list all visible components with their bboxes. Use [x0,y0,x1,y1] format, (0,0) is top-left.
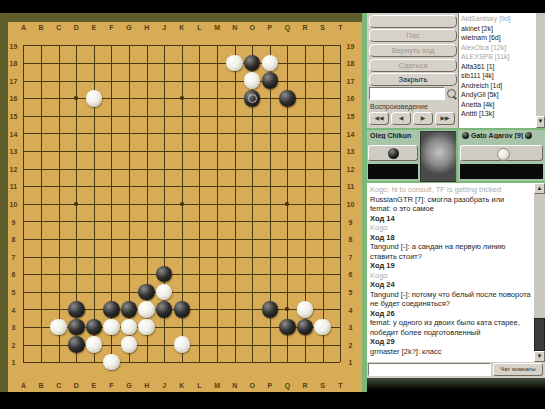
board-intersection[interactable] [226,301,244,319]
board-intersection[interactable] [138,283,156,301]
board-intersection[interactable] [32,72,50,90]
button-2[interactable]: Вернуть ход [369,44,457,57]
board-intersection[interactable] [314,160,332,178]
board-intersection[interactable] [155,265,173,283]
board-intersection[interactable] [15,353,33,371]
board-intersection[interactable] [296,248,314,266]
board-intersection[interactable] [296,107,314,125]
user-list-item[interactable]: Alfa361 [1] [461,62,536,72]
room-chat-button[interactable]: Чат комнаты [493,363,543,376]
board-intersection[interactable] [85,160,103,178]
board-intersection[interactable] [296,353,314,371]
board-intersection[interactable] [243,336,261,354]
board-intersection[interactable] [120,177,138,195]
board-intersection[interactable] [279,37,297,55]
board-intersection[interactable] [15,177,33,195]
board-intersection[interactable] [138,107,156,125]
board-intersection[interactable] [103,160,121,178]
board-intersection[interactable] [296,283,314,301]
board-intersection[interactable] [32,301,50,319]
board-intersection[interactable] [155,213,173,231]
board-intersection[interactable] [226,248,244,266]
user-list-item[interactable]: wietnam [6d] [461,33,536,43]
board-intersection[interactable] [261,336,279,354]
board-intersection[interactable] [208,230,226,248]
board-intersection[interactable] [279,318,297,336]
board-intersection[interactable] [173,230,191,248]
board-intersection[interactable] [120,265,138,283]
board-intersection[interactable] [67,195,85,213]
board-intersection[interactable] [279,142,297,160]
board-intersection[interactable] [208,283,226,301]
board-intersection[interactable] [138,248,156,266]
board-intersection[interactable] [173,265,191,283]
board-intersection[interactable] [314,265,332,283]
board-intersection[interactable] [331,301,349,319]
board-intersection[interactable] [50,213,68,231]
user-list-item[interactable]: Anttti [13k] [461,109,536,119]
board-intersection[interactable] [120,230,138,248]
board-intersection[interactable] [120,318,138,336]
board-intersection[interactable] [314,248,332,266]
button-1[interactable]: Пас [369,29,457,42]
board-intersection[interactable] [138,336,156,354]
board-intersection[interactable] [226,125,244,143]
board-intersection[interactable] [331,248,349,266]
board-intersection[interactable] [15,318,33,336]
board-intersection[interactable] [243,195,261,213]
board-intersection[interactable] [85,318,103,336]
board-intersection[interactable] [50,125,68,143]
board-intersection[interactable] [32,265,50,283]
board-intersection[interactable] [67,107,85,125]
board-intersection[interactable] [261,37,279,55]
board-intersection[interactable] [243,54,261,72]
board-intersection[interactable] [243,213,261,231]
board-intersection[interactable] [173,72,191,90]
board-intersection[interactable] [173,160,191,178]
user-list-item[interactable]: AlexOlca [12k] [461,43,536,53]
board-intersection[interactable] [296,336,314,354]
board-intersection[interactable] [226,160,244,178]
chat-scroll-up-icon[interactable]: ▲ [534,183,545,194]
user-list-scrollbar[interactable] [536,13,545,128]
board-intersection[interactable] [191,283,209,301]
board-intersection[interactable] [138,54,156,72]
board-intersection[interactable] [279,195,297,213]
board-intersection[interactable] [103,107,121,125]
board-intersection[interactable] [67,125,85,143]
board-intersection[interactable] [138,89,156,107]
chat-scroll-down-icon[interactable]: ▼ [534,351,545,362]
board-intersection[interactable] [32,248,50,266]
board-intersection[interactable] [173,142,191,160]
board-intersection[interactable] [85,301,103,319]
board-intersection[interactable] [85,248,103,266]
board-intersection[interactable] [138,125,156,143]
board-intersection[interactable] [314,353,332,371]
user-list-item[interactable]: Andreich [1d] [461,81,536,91]
board-intersection[interactable] [314,230,332,248]
board-intersection[interactable] [226,213,244,231]
board-intersection[interactable] [279,336,297,354]
board-intersection[interactable] [191,318,209,336]
board-intersection[interactable] [120,336,138,354]
board-intersection[interactable] [331,318,349,336]
board-intersection[interactable] [314,195,332,213]
board-intersection[interactable] [103,54,121,72]
board-intersection[interactable] [191,301,209,319]
board-intersection[interactable] [191,248,209,266]
board-intersection[interactable] [226,283,244,301]
board-intersection[interactable] [120,125,138,143]
board-intersection[interactable] [67,142,85,160]
board-intersection[interactable] [208,336,226,354]
board-intersection[interactable] [208,125,226,143]
board-intersection[interactable] [208,265,226,283]
board-intersection[interactable] [138,301,156,319]
board-intersection[interactable] [226,318,244,336]
board-intersection[interactable] [173,283,191,301]
board-intersection[interactable] [103,265,121,283]
board-intersection[interactable] [226,353,244,371]
board-intersection[interactable] [32,230,50,248]
board-intersection[interactable] [85,283,103,301]
board-intersection[interactable] [67,89,85,107]
board-intersection[interactable] [208,72,226,90]
board-intersection[interactable] [226,177,244,195]
board-intersection[interactable] [50,54,68,72]
board-intersection[interactable] [32,213,50,231]
board-intersection[interactable] [155,248,173,266]
board-intersection[interactable] [50,89,68,107]
board-intersection[interactable] [120,213,138,231]
board-intersection[interactable] [261,230,279,248]
board-intersection[interactable] [50,283,68,301]
board-intersection[interactable] [208,301,226,319]
board-intersection[interactable] [208,160,226,178]
board-intersection[interactable] [279,177,297,195]
board-intersection[interactable] [314,72,332,90]
board-intersection[interactable] [208,318,226,336]
board-intersection[interactable] [191,336,209,354]
board-intersection[interactable] [15,230,33,248]
board-intersection[interactable] [67,54,85,72]
board-intersection[interactable] [296,125,314,143]
board-intersection[interactable] [314,177,332,195]
board-intersection[interactable] [314,142,332,160]
playback-forward-button[interactable]: ▶ [413,112,433,125]
board-intersection[interactable] [314,283,332,301]
board-intersection[interactable] [85,336,103,354]
user-list-item[interactable]: akinet [2k] [461,24,536,34]
board-intersection[interactable] [279,72,297,90]
board-intersection[interactable] [103,72,121,90]
board-intersection[interactable] [208,248,226,266]
board-intersection[interactable] [279,213,297,231]
board-intersection[interactable] [67,230,85,248]
board-intersection[interactable] [226,336,244,354]
board-intersection[interactable] [67,160,85,178]
board-intersection[interactable] [103,37,121,55]
board-intersection[interactable] [32,283,50,301]
board-intersection[interactable] [279,265,297,283]
board-intersection[interactable] [261,125,279,143]
board-intersection[interactable] [50,195,68,213]
board-intersection[interactable] [85,177,103,195]
board-intersection[interactable] [50,353,68,371]
board-intersection[interactable] [32,125,50,143]
board-intersection[interactable] [120,54,138,72]
board-intersection[interactable] [67,213,85,231]
board-intersection[interactable] [191,125,209,143]
board-intersection[interactable] [67,37,85,55]
button-4[interactable]: Закрыть [369,73,457,86]
search-input[interactable] [369,87,445,100]
board-intersection[interactable] [15,336,33,354]
board-intersection[interactable] [226,230,244,248]
board-intersection[interactable] [138,265,156,283]
board-intersection[interactable] [243,301,261,319]
board-intersection[interactable] [191,160,209,178]
board-intersection[interactable] [243,107,261,125]
board-intersection[interactable] [138,177,156,195]
board-intersection[interactable] [279,160,297,178]
board-intersection[interactable] [331,265,349,283]
user-list-item[interactable]: AndyGil [5k] [461,90,536,100]
board-intersection[interactable] [208,89,226,107]
board-intersection[interactable] [173,213,191,231]
board-intersection[interactable] [120,107,138,125]
board-intersection[interactable] [296,195,314,213]
board-intersection[interactable] [296,177,314,195]
board-intersection[interactable] [191,353,209,371]
board-intersection[interactable] [261,142,279,160]
board-intersection[interactable] [85,353,103,371]
board-intersection[interactable] [15,248,33,266]
board-intersection[interactable] [32,353,50,371]
board-intersection[interactable] [279,230,297,248]
board-intersection[interactable] [103,177,121,195]
board-intersection[interactable] [331,336,349,354]
board-intersection[interactable] [32,177,50,195]
board-intersection[interactable] [138,195,156,213]
board-intersection[interactable] [261,72,279,90]
board-intersection[interactable] [296,89,314,107]
board-intersection[interactable] [191,230,209,248]
board-intersection[interactable] [261,248,279,266]
board-intersection[interactable] [226,89,244,107]
board-intersection[interactable] [155,283,173,301]
board-intersection[interactable] [67,353,85,371]
board-intersection[interactable] [50,107,68,125]
board-intersection[interactable] [173,125,191,143]
board-intersection[interactable] [50,37,68,55]
board-intersection[interactable] [50,248,68,266]
board-intersection[interactable] [138,318,156,336]
board-intersection[interactable] [32,37,50,55]
board-intersection[interactable] [155,177,173,195]
board-intersection[interactable] [191,265,209,283]
board-intersection[interactable] [120,353,138,371]
board-intersection[interactable] [226,37,244,55]
board-intersection[interactable] [67,248,85,266]
board-intersection[interactable] [67,265,85,283]
board-intersection[interactable] [243,248,261,266]
user-list-item[interactable]: ALEXSPB [11k] [461,52,536,62]
board-intersection[interactable] [120,72,138,90]
board-intersection[interactable] [155,230,173,248]
board-intersection[interactable] [103,125,121,143]
board-intersection[interactable] [261,89,279,107]
board-intersection[interactable] [191,213,209,231]
board-intersection[interactable] [226,72,244,90]
board-intersection[interactable] [103,301,121,319]
board-intersection[interactable] [173,107,191,125]
board-intersection[interactable] [261,54,279,72]
board-intersection[interactable] [296,142,314,160]
board-intersection[interactable] [120,195,138,213]
board-intersection[interactable] [314,125,332,143]
board-intersection[interactable] [103,353,121,371]
board-intersection[interactable] [85,213,103,231]
board-intersection[interactable] [103,336,121,354]
board-intersection[interactable] [32,107,50,125]
board-intersection[interactable] [243,353,261,371]
board-intersection[interactable] [85,107,103,125]
board-intersection[interactable] [50,72,68,90]
user-list-item[interactable]: AldSanlisky [9d] [461,14,536,24]
board-intersection[interactable] [50,177,68,195]
board-intersection[interactable] [261,353,279,371]
board-intersection[interactable] [243,265,261,283]
playback-to-start-button[interactable]: ◀◀ [369,112,389,125]
board-intersection[interactable] [15,283,33,301]
board-intersection[interactable] [173,336,191,354]
board-intersection[interactable] [296,160,314,178]
board-intersection[interactable] [155,336,173,354]
button-3[interactable]: Сдаться [369,59,457,72]
board-intersection[interactable] [138,353,156,371]
board-intersection[interactable] [138,72,156,90]
board-intersection[interactable] [173,301,191,319]
board-intersection[interactable] [138,230,156,248]
board-intersection[interactable] [243,72,261,90]
board-intersection[interactable] [120,301,138,319]
board-intersection[interactable] [32,336,50,354]
board-intersection[interactable] [191,142,209,160]
board-intersection[interactable] [208,353,226,371]
board-intersection[interactable] [120,248,138,266]
board-intersection[interactable] [173,195,191,213]
board-intersection[interactable] [208,142,226,160]
user-list-scroll-down-icon[interactable]: ▼ [536,116,545,128]
button-top-partial[interactable] [369,15,457,28]
board-intersection[interactable] [296,72,314,90]
board-intersection[interactable] [103,248,121,266]
board-intersection[interactable] [155,72,173,90]
board-intersection[interactable] [155,160,173,178]
board-intersection[interactable] [243,125,261,143]
board-intersection[interactable] [85,265,103,283]
board-intersection[interactable] [67,283,85,301]
board-intersection[interactable] [261,301,279,319]
board-intersection[interactable] [261,213,279,231]
board-intersection[interactable] [208,195,226,213]
board-intersection[interactable] [67,318,85,336]
board-intersection[interactable] [15,213,33,231]
board-intersection[interactable] [296,213,314,231]
board-intersection[interactable] [173,353,191,371]
board-intersection[interactable] [261,283,279,301]
board-intersection[interactable] [155,89,173,107]
board-intersection[interactable] [243,160,261,178]
board-intersection[interactable] [243,37,261,55]
board-intersection[interactable] [243,89,261,107]
board-intersection[interactable] [261,195,279,213]
board-intersection[interactable] [138,37,156,55]
board-intersection[interactable] [226,107,244,125]
board-intersection[interactable] [279,54,297,72]
board-intersection[interactable] [15,265,33,283]
board-intersection[interactable] [103,230,121,248]
board-intersection[interactable] [279,125,297,143]
board-intersection[interactable] [50,160,68,178]
board-intersection[interactable] [208,54,226,72]
board-intersection[interactable] [261,160,279,178]
board-intersection[interactable] [243,142,261,160]
board-intersection[interactable] [120,160,138,178]
board-intersection[interactable] [173,248,191,266]
board-intersection[interactable] [296,37,314,55]
board-intersection[interactable] [261,107,279,125]
board-intersection[interactable] [279,107,297,125]
board-intersection[interactable] [331,283,349,301]
user-list[interactable]: AldSanlisky [9d]akinet [2k]wietnam [6d]A… [458,13,536,128]
chat-log[interactable]: Kogo: hi to consult, TF is getting trick… [367,183,534,362]
board-intersection[interactable] [296,318,314,336]
board-intersection[interactable] [155,301,173,319]
board-intersection[interactable] [173,54,191,72]
board-intersection[interactable] [155,125,173,143]
board-intersection[interactable] [314,37,332,55]
board-intersection[interactable] [173,89,191,107]
board-intersection[interactable] [331,230,349,248]
board-intersection[interactable] [32,160,50,178]
board-intersection[interactable] [191,54,209,72]
board-intersection[interactable] [32,54,50,72]
board-intersection[interactable] [50,142,68,160]
board-intersection[interactable] [191,177,209,195]
board-intersection[interactable] [103,283,121,301]
board-intersection[interactable] [138,213,156,231]
board-intersection[interactable] [261,265,279,283]
board-intersection[interactable] [191,72,209,90]
board-intersection[interactable] [15,301,33,319]
board-intersection[interactable] [85,142,103,160]
board-intersection[interactable] [314,89,332,107]
board-intersection[interactable] [279,89,297,107]
board-intersection[interactable] [67,72,85,90]
board-intersection[interactable] [279,248,297,266]
board-intersection[interactable] [85,37,103,55]
board-intersection[interactable] [279,301,297,319]
board-intersection[interactable] [296,230,314,248]
board-intersection[interactable] [243,318,261,336]
board-intersection[interactable] [173,318,191,336]
board-intersection[interactable] [67,301,85,319]
board-intersection[interactable] [243,283,261,301]
